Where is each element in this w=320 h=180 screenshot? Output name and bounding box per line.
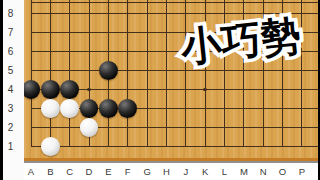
- grid-line-col-H: [166, 0, 167, 147]
- row-label-7: 7: [2, 26, 19, 39]
- col-label-B: B: [43, 165, 57, 178]
- col-label-N: N: [256, 165, 270, 178]
- black-stone-A4[interactable]: [22, 80, 41, 99]
- star-point-K4: [203, 88, 207, 92]
- grid-line-row-5: [31, 70, 318, 71]
- col-label-E: E: [101, 165, 115, 178]
- white-stone-B3[interactable]: [41, 99, 60, 118]
- black-stone-B4[interactable]: [41, 80, 60, 99]
- col-label-O: O: [276, 165, 290, 178]
- grid-line-row-1: [31, 146, 318, 147]
- white-stone-B1[interactable]: [41, 137, 60, 156]
- col-label-L: L: [218, 165, 232, 178]
- grid-line-col-B: [50, 0, 51, 147]
- col-label-G: G: [140, 165, 154, 178]
- col-label-D: D: [82, 165, 96, 178]
- row-label-1: 1: [2, 140, 19, 153]
- row-label-6: 6: [2, 45, 19, 58]
- black-stone-F3[interactable]: [118, 99, 137, 118]
- col-label-A: A: [24, 165, 38, 178]
- white-stone-C3[interactable]: [60, 99, 79, 118]
- grid-line-col-F: [127, 0, 128, 147]
- black-stone-C4[interactable]: [60, 80, 79, 99]
- grid-line-col-A: [31, 0, 32, 147]
- col-label-F: F: [121, 165, 135, 178]
- black-stone-D3[interactable]: [80, 99, 99, 118]
- row-label-8: 8: [2, 7, 19, 20]
- row-label-3: 3: [2, 102, 19, 115]
- grid-line-col-P: [301, 0, 302, 147]
- col-label-P: P: [295, 165, 309, 178]
- board-shadow: [21, 161, 318, 164]
- col-label-M: M: [237, 165, 251, 178]
- letterbox-left: [0, 0, 3, 180]
- col-label-H: H: [159, 165, 173, 178]
- grid-line-row-9-partial: [31, 2, 318, 3]
- star-point-D4: [87, 88, 91, 92]
- white-stone-D2[interactable]: [80, 118, 99, 137]
- go-diagram-thumbnail: 87654321 ABCDEFGHJKLMNOP 小巧勢: [0, 0, 320, 180]
- col-label-J: J: [179, 165, 193, 178]
- black-stone-E5[interactable]: [99, 61, 118, 80]
- grid-line-col-G: [147, 0, 148, 147]
- row-label-4: 4: [2, 83, 19, 96]
- grid-line-row-2: [31, 127, 318, 128]
- row-label-2: 2: [2, 121, 19, 134]
- row-label-5: 5: [2, 64, 19, 77]
- col-label-C: C: [63, 165, 77, 178]
- col-label-K: K: [198, 165, 212, 178]
- black-stone-E3[interactable]: [99, 99, 118, 118]
- grid-line-col-C: [69, 0, 70, 147]
